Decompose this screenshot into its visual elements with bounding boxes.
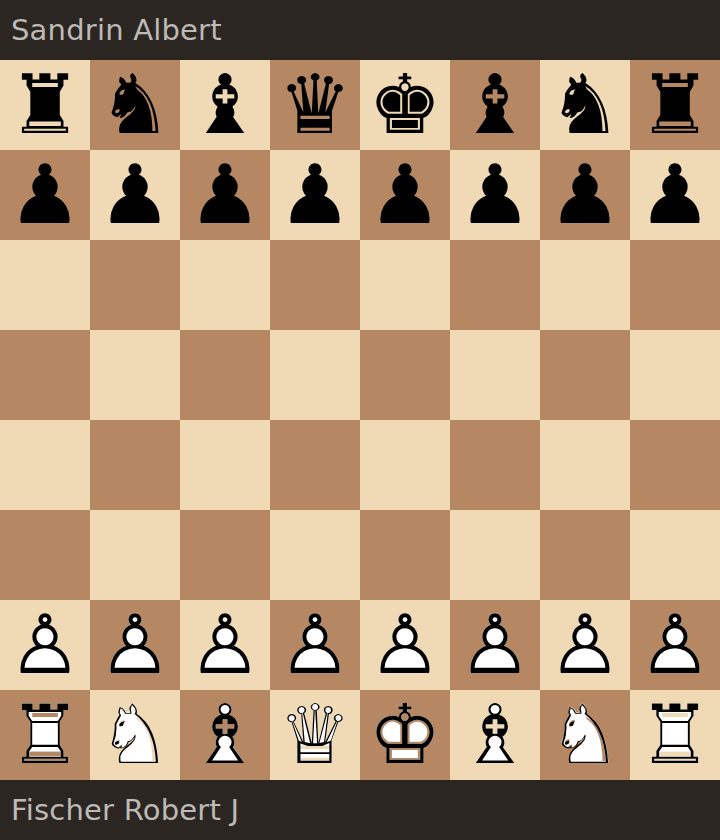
piece-glyph: ♞	[540, 60, 630, 150]
square-c3[interactable]	[180, 510, 270, 600]
chess-board: ♜♞♝♛♚♝♞♜♟♟♟♟♟♟♟♟♟♙♟♙♟♙♟♙♟♙♟♙♟♙♟♙♜♖♞♘♝♗♛♕…	[0, 60, 720, 780]
square-g3[interactable]	[540, 510, 630, 600]
square-e4[interactable]	[360, 420, 450, 510]
piece-glyph: ♟	[0, 150, 90, 240]
black-pawn[interactable]: ♟	[180, 150, 270, 240]
piece-outline-glyph: ♙	[90, 600, 180, 690]
square-a5[interactable]	[0, 330, 90, 420]
square-e8[interactable]: ♚	[360, 60, 450, 150]
square-h1[interactable]: ♜♖	[630, 690, 720, 780]
black-knight[interactable]: ♞	[90, 60, 180, 150]
piece-outline-glyph: ♔	[360, 690, 450, 780]
white-bishop[interactable]: ♝♗	[180, 690, 270, 780]
square-a4[interactable]	[0, 420, 90, 510]
square-b8[interactable]: ♞	[90, 60, 180, 150]
square-c6[interactable]	[180, 240, 270, 330]
square-a3[interactable]	[0, 510, 90, 600]
piece-outline-glyph: ♗	[180, 690, 270, 780]
black-pawn[interactable]: ♟	[90, 150, 180, 240]
piece-outline-glyph: ♙	[0, 600, 90, 690]
piece-glyph: ♜	[0, 60, 90, 150]
white-knight[interactable]: ♞♘	[540, 690, 630, 780]
square-b2[interactable]: ♟♙	[90, 600, 180, 690]
black-queen[interactable]: ♛	[270, 60, 360, 150]
top-player-bar: Sandrin Albert	[0, 0, 720, 60]
piece-glyph: ♟	[180, 150, 270, 240]
square-h4[interactable]	[630, 420, 720, 510]
piece-outline-glyph: ♙	[360, 600, 450, 690]
white-pawn[interactable]: ♟♙	[180, 600, 270, 690]
piece-outline-glyph: ♘	[90, 690, 180, 780]
piece-glyph: ♟	[90, 150, 180, 240]
square-h2[interactable]: ♟♙	[630, 600, 720, 690]
square-d8[interactable]: ♛	[270, 60, 360, 150]
square-d2[interactable]: ♟♙	[270, 600, 360, 690]
square-b1[interactable]: ♞♘	[90, 690, 180, 780]
piece-outline-glyph: ♕	[270, 690, 360, 780]
black-rook[interactable]: ♜	[630, 60, 720, 150]
piece-glyph: ♜	[630, 60, 720, 150]
piece-outline-glyph: ♙	[630, 600, 720, 690]
white-pawn[interactable]: ♟♙	[630, 600, 720, 690]
black-pawn[interactable]: ♟	[0, 150, 90, 240]
square-c8[interactable]: ♝	[180, 60, 270, 150]
bottom-player-bar: Fischer Robert J	[0, 780, 720, 840]
square-h3[interactable]	[630, 510, 720, 600]
piece-outline-glyph: ♖	[0, 690, 90, 780]
square-a8[interactable]: ♜	[0, 60, 90, 150]
piece-outline-glyph: ♘	[540, 690, 630, 780]
square-c5[interactable]	[180, 330, 270, 420]
square-b3[interactable]	[90, 510, 180, 600]
square-c2[interactable]: ♟♙	[180, 600, 270, 690]
square-g2[interactable]: ♟♙	[540, 600, 630, 690]
piece-glyph: ♝	[450, 60, 540, 150]
square-f6[interactable]	[450, 240, 540, 330]
square-d1[interactable]: ♛♕	[270, 690, 360, 780]
black-rook[interactable]: ♜	[0, 60, 90, 150]
piece-glyph: ♛	[270, 60, 360, 150]
black-pawn[interactable]: ♟	[540, 150, 630, 240]
white-pawn[interactable]: ♟♙	[360, 600, 450, 690]
square-e7[interactable]: ♟	[360, 150, 450, 240]
piece-outline-glyph: ♙	[540, 600, 630, 690]
square-e5[interactable]	[360, 330, 450, 420]
square-h7[interactable]: ♟	[630, 150, 720, 240]
piece-outline-glyph: ♙	[270, 600, 360, 690]
piece-outline-glyph: ♙	[180, 600, 270, 690]
piece-glyph: ♟	[270, 150, 360, 240]
square-d7[interactable]: ♟	[270, 150, 360, 240]
white-pawn[interactable]: ♟♙	[540, 600, 630, 690]
white-bishop[interactable]: ♝♗	[450, 690, 540, 780]
white-pawn[interactable]: ♟♙	[0, 600, 90, 690]
black-bishop[interactable]: ♝	[180, 60, 270, 150]
piece-glyph: ♟	[540, 150, 630, 240]
square-e3[interactable]	[360, 510, 450, 600]
square-e2[interactable]: ♟♙	[360, 600, 450, 690]
square-b5[interactable]	[90, 330, 180, 420]
square-c4[interactable]	[180, 420, 270, 510]
square-d4[interactable]	[270, 420, 360, 510]
square-c7[interactable]: ♟	[180, 150, 270, 240]
piece-outline-glyph: ♖	[630, 690, 720, 780]
square-a1[interactable]: ♜♖	[0, 690, 90, 780]
square-g1[interactable]: ♞♘	[540, 690, 630, 780]
black-knight[interactable]: ♞	[540, 60, 630, 150]
square-f5[interactable]	[450, 330, 540, 420]
white-king[interactable]: ♚♔	[360, 690, 450, 780]
white-queen[interactable]: ♛♕	[270, 690, 360, 780]
square-a2[interactable]: ♟♙	[0, 600, 90, 690]
square-e1[interactable]: ♚♔	[360, 690, 450, 780]
white-knight[interactable]: ♞♘	[90, 690, 180, 780]
piece-glyph: ♝	[180, 60, 270, 150]
square-g8[interactable]: ♞	[540, 60, 630, 150]
piece-glyph: ♞	[90, 60, 180, 150]
square-h6[interactable]	[630, 240, 720, 330]
square-g5[interactable]	[540, 330, 630, 420]
black-pawn[interactable]: ♟	[360, 150, 450, 240]
square-b6[interactable]	[90, 240, 180, 330]
bottom-player-name: Fischer Robert J	[11, 780, 239, 840]
top-player-name: Sandrin Albert	[11, 0, 222, 60]
black-bishop[interactable]: ♝	[450, 60, 540, 150]
square-g4[interactable]	[540, 420, 630, 510]
white-pawn[interactable]: ♟♙	[270, 600, 360, 690]
square-g6[interactable]	[540, 240, 630, 330]
piece-glyph: ♟	[360, 150, 450, 240]
square-a7[interactable]: ♟	[0, 150, 90, 240]
square-f2[interactable]: ♟♙	[450, 600, 540, 690]
square-d6[interactable]	[270, 240, 360, 330]
piece-outline-glyph: ♙	[450, 600, 540, 690]
white-rook[interactable]: ♜♖	[0, 690, 90, 780]
square-g7[interactable]: ♟	[540, 150, 630, 240]
white-pawn[interactable]: ♟♙	[90, 600, 180, 690]
piece-glyph: ♟	[450, 150, 540, 240]
piece-glyph: ♟	[630, 150, 720, 240]
square-b7[interactable]: ♟	[90, 150, 180, 240]
black-pawn[interactable]: ♟	[630, 150, 720, 240]
piece-outline-glyph: ♗	[450, 690, 540, 780]
square-f4[interactable]	[450, 420, 540, 510]
square-h8[interactable]: ♜	[630, 60, 720, 150]
square-f8[interactable]: ♝	[450, 60, 540, 150]
square-b4[interactable]	[90, 420, 180, 510]
square-h5[interactable]	[630, 330, 720, 420]
square-e6[interactable]	[360, 240, 450, 330]
black-king[interactable]: ♚	[360, 60, 450, 150]
square-d3[interactable]	[270, 510, 360, 600]
black-pawn[interactable]: ♟	[450, 150, 540, 240]
square-c1[interactable]: ♝♗	[180, 690, 270, 780]
square-f7[interactable]: ♟	[450, 150, 540, 240]
square-d5[interactable]	[270, 330, 360, 420]
black-pawn[interactable]: ♟	[270, 150, 360, 240]
white-rook[interactable]: ♜♖	[630, 690, 720, 780]
white-pawn[interactable]: ♟♙	[450, 600, 540, 690]
piece-glyph: ♚	[360, 60, 450, 150]
square-a6[interactable]	[0, 240, 90, 330]
square-f3[interactable]	[450, 510, 540, 600]
square-f1[interactable]: ♝♗	[450, 690, 540, 780]
